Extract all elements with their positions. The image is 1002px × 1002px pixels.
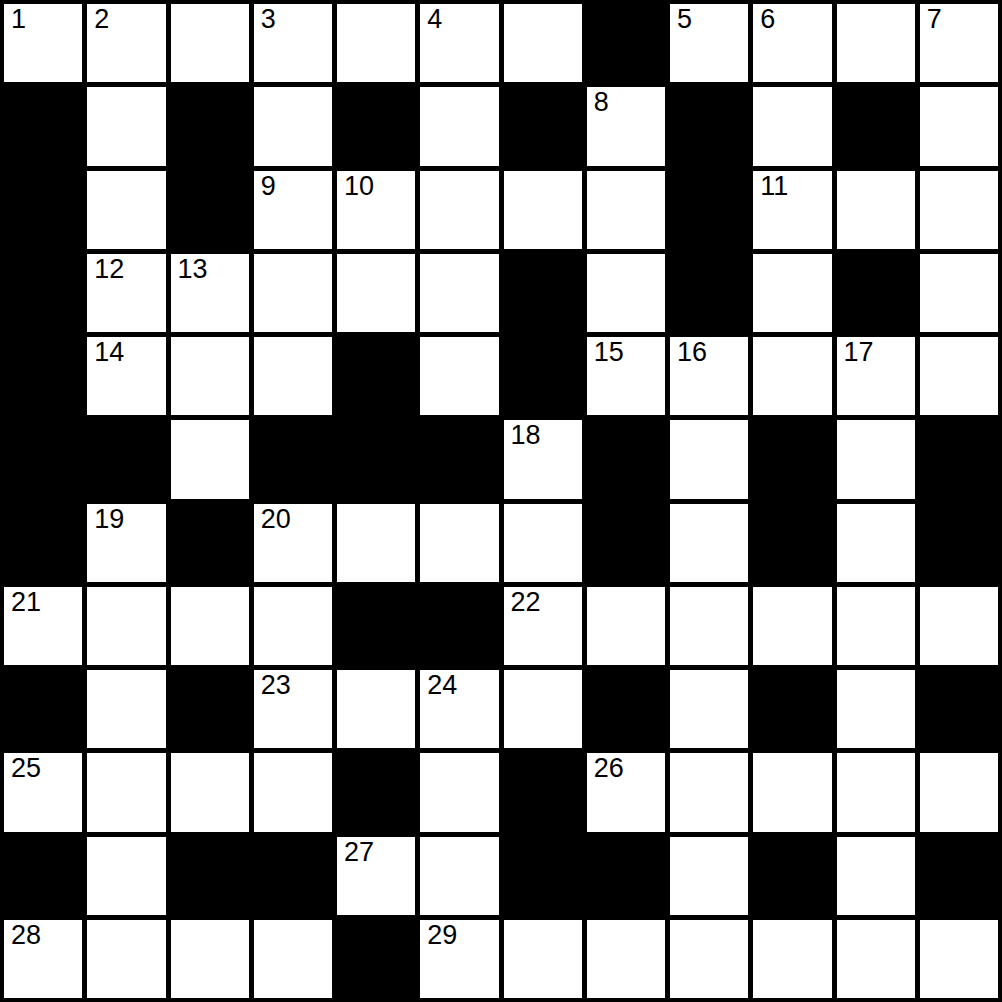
clue-number: 18 [511,421,541,451]
cell-r7c1[interactable] [87,587,165,665]
cell-r1c7[interactable]: 8 [587,87,665,165]
cell-r3c9[interactable] [753,254,831,332]
cell-r6c10[interactable] [837,504,915,582]
cell-r0c9[interactable]: 6 [753,4,831,82]
cell-r8c10[interactable] [837,670,915,748]
clue-number: 15 [594,338,624,368]
cell-r3c11[interactable] [920,254,998,332]
clue-number: 8 [594,88,609,118]
clue-number: 9 [261,172,276,202]
cell-r9c11[interactable] [920,753,998,831]
cell-r0c3[interactable]: 3 [254,4,332,82]
cell-r10c10[interactable] [837,837,915,915]
cell-r8c3[interactable]: 23 [254,670,332,748]
cell-r9c3[interactable] [254,753,332,831]
cell-r2c4[interactable]: 10 [337,171,415,249]
cell-r6c1[interactable]: 19 [87,504,165,582]
clue-number: 24 [427,671,457,701]
cell-r10c4[interactable]: 27 [337,837,415,915]
cell-r11c8[interactable] [670,920,748,998]
cell-r8c6[interactable] [504,670,582,748]
cell-r0c5[interactable]: 4 [420,4,498,82]
cell-r11c10[interactable] [837,920,915,998]
cell-r2c10[interactable] [837,171,915,249]
block-r1c8 [670,87,748,165]
block-r3c8 [670,254,748,332]
cell-r3c1[interactable]: 12 [87,254,165,332]
clue-number: 20 [261,505,291,535]
block-r1c10 [837,87,915,165]
cell-r0c2[interactable] [171,4,249,82]
cell-r8c4[interactable] [337,670,415,748]
clue-number: 25 [11,754,41,784]
cell-r9c8[interactable] [670,753,748,831]
cell-r4c1[interactable]: 14 [87,337,165,415]
block-r6c2 [171,504,249,582]
block-r2c0 [4,171,82,249]
cell-r1c11[interactable] [920,87,998,165]
cell-r5c8[interactable] [670,420,748,498]
block-r1c6 [504,87,582,165]
clue-number: 28 [11,921,41,951]
block-r4c4 [337,337,415,415]
cell-r11c5[interactable]: 29 [420,920,498,998]
block-r8c0 [4,670,82,748]
cell-r11c9[interactable] [753,920,831,998]
block-r1c2 [171,87,249,165]
clue-number: 17 [844,338,874,368]
clue-number: 6 [760,5,775,35]
cell-r0c11[interactable]: 7 [920,4,998,82]
clue-number: 14 [94,338,124,368]
clue-number: 22 [511,588,541,618]
cell-r8c5[interactable]: 24 [420,670,498,748]
block-r5c0 [4,420,82,498]
cell-r10c5[interactable] [420,837,498,915]
cell-r3c7[interactable] [587,254,665,332]
block-r0c7 [587,4,665,82]
cell-r5c10[interactable] [837,420,915,498]
cell-r6c4[interactable] [337,504,415,582]
clue-number: 23 [261,671,291,701]
cell-r9c1[interactable] [87,753,165,831]
block-r7c5 [420,587,498,665]
cell-r9c7[interactable]: 26 [587,753,665,831]
cell-r9c9[interactable] [753,753,831,831]
cell-r10c8[interactable] [670,837,748,915]
clue-number: 10 [344,172,374,202]
cell-r11c11[interactable] [920,920,998,998]
clue-number: 19 [94,505,124,535]
cell-r1c5[interactable] [420,87,498,165]
block-r8c11 [920,670,998,748]
clue-number: 27 [344,838,374,868]
cell-r3c2[interactable]: 13 [171,254,249,332]
cell-r9c10[interactable] [837,753,915,831]
block-r10c3 [254,837,332,915]
block-r5c9 [753,420,831,498]
cell-r0c4[interactable] [337,4,415,82]
cell-r7c8[interactable] [670,587,748,665]
block-r1c4 [337,87,415,165]
clue-number: 21 [11,588,41,618]
clue-number: 12 [94,255,124,285]
block-r4c6 [504,337,582,415]
clue-number: 11 [760,172,788,202]
clue-number: 1 [11,5,26,35]
cell-r11c3[interactable] [254,920,332,998]
block-r3c0 [4,254,82,332]
block-r10c0 [4,837,82,915]
cell-r9c5[interactable] [420,753,498,831]
cell-r8c1[interactable] [87,670,165,748]
cell-r0c6[interactable] [504,4,582,82]
cell-r3c4[interactable] [337,254,415,332]
clue-number: 7 [927,5,942,35]
block-r8c7 [587,670,665,748]
cell-r1c9[interactable] [753,87,831,165]
cell-r4c5[interactable] [420,337,498,415]
cell-r11c2[interactable] [171,920,249,998]
cell-r1c1[interactable] [87,87,165,165]
clue-number: 16 [677,338,707,368]
block-r6c0 [4,504,82,582]
cell-r8c8[interactable] [670,670,748,748]
block-r6c9 [753,504,831,582]
clue-number: 5 [677,5,692,35]
cell-r9c2[interactable] [171,753,249,831]
cell-r10c1[interactable] [87,837,165,915]
block-r11c4 [337,920,415,998]
cell-r2c6[interactable] [504,171,582,249]
cell-r7c6[interactable]: 22 [504,587,582,665]
cell-r7c10[interactable] [837,587,915,665]
cell-r11c1[interactable] [87,920,165,998]
block-r3c6 [504,254,582,332]
cell-r11c6[interactable] [504,920,582,998]
cell-r0c0[interactable]: 1 [4,4,82,82]
block-r10c2 [171,837,249,915]
block-r3c10 [837,254,915,332]
block-r7c4 [337,587,415,665]
cell-r4c8[interactable]: 16 [670,337,748,415]
block-r5c7 [587,420,665,498]
cell-r2c5[interactable] [420,171,498,249]
clue-number: 29 [427,921,457,951]
block-r10c7 [587,837,665,915]
block-r2c8 [670,171,748,249]
cell-r0c1[interactable]: 2 [87,4,165,82]
block-r2c2 [171,171,249,249]
cell-r6c3[interactable]: 20 [254,504,332,582]
block-r5c5 [420,420,498,498]
clue-number: 26 [594,754,624,784]
cell-r6c5[interactable] [420,504,498,582]
block-r1c0 [4,87,82,165]
block-r8c9 [753,670,831,748]
block-r5c4 [337,420,415,498]
cell-r2c11[interactable] [920,171,998,249]
block-r5c11 [920,420,998,498]
block-r10c6 [504,837,582,915]
block-r6c11 [920,504,998,582]
block-r9c4 [337,753,415,831]
cell-r5c6[interactable]: 18 [504,420,582,498]
cell-r7c11[interactable] [920,587,998,665]
cell-r6c6[interactable] [504,504,582,582]
cell-r2c3[interactable]: 9 [254,171,332,249]
clue-number: 13 [178,255,208,285]
cell-r2c9[interactable]: 11 [753,171,831,249]
crossword-board: 1234567891011121314151617181920212223242… [0,0,1002,1002]
block-r5c1 [87,420,165,498]
block-r6c7 [587,504,665,582]
cell-r9c0[interactable]: 25 [4,753,82,831]
cell-r11c0[interactable]: 28 [4,920,82,998]
cell-r7c9[interactable] [753,587,831,665]
block-r9c6 [504,753,582,831]
cell-r3c5[interactable] [420,254,498,332]
cell-r4c10[interactable]: 17 [837,337,915,415]
cell-r7c3[interactable] [254,587,332,665]
clue-number: 4 [427,5,442,35]
cell-r0c10[interactable] [837,4,915,82]
block-r4c0 [4,337,82,415]
cell-r4c9[interactable] [753,337,831,415]
cell-r6c8[interactable] [670,504,748,582]
cell-r1c3[interactable] [254,87,332,165]
cell-r2c7[interactable] [587,171,665,249]
block-r5c3 [254,420,332,498]
block-r10c9 [753,837,831,915]
cell-r2c1[interactable] [87,171,165,249]
cell-r4c11[interactable] [920,337,998,415]
clue-number: 2 [94,5,109,35]
cell-r4c2[interactable] [171,337,249,415]
cell-r11c7[interactable] [587,920,665,998]
cell-r4c3[interactable] [254,337,332,415]
cell-r7c0[interactable]: 21 [4,587,82,665]
clue-number: 3 [261,5,276,35]
block-r10c11 [920,837,998,915]
cell-r4c7[interactable]: 15 [587,337,665,415]
cell-r7c2[interactable] [171,587,249,665]
cell-r3c3[interactable] [254,254,332,332]
block-r8c2 [171,670,249,748]
cell-r0c8[interactable]: 5 [670,4,748,82]
cell-r7c7[interactable] [587,587,665,665]
cell-r5c2[interactable] [171,420,249,498]
